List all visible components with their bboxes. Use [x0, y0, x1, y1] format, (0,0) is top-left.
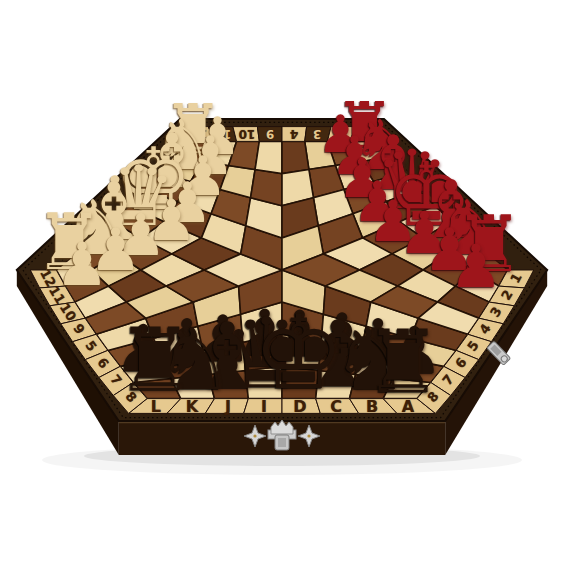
coordinate-cell: [305, 127, 331, 142]
board-cell: [245, 366, 282, 398]
board-cell: [316, 371, 356, 399]
coordinate-cell: [257, 127, 282, 142]
hexagonal-chess-board: [0, 0, 564, 564]
coordinate-cell: [282, 399, 320, 414]
three-player-chess-photo: LKJIDCBA121110956781234567812111094321 ♜…: [0, 0, 564, 564]
coordinate-cell: [244, 399, 282, 414]
board-cell: [255, 141, 282, 173]
coordinate-cell: [282, 127, 307, 142]
board-cell: [282, 366, 319, 398]
coordinate-cell: [233, 127, 259, 142]
board-cell: [282, 141, 309, 173]
board-cell: [208, 371, 248, 399]
